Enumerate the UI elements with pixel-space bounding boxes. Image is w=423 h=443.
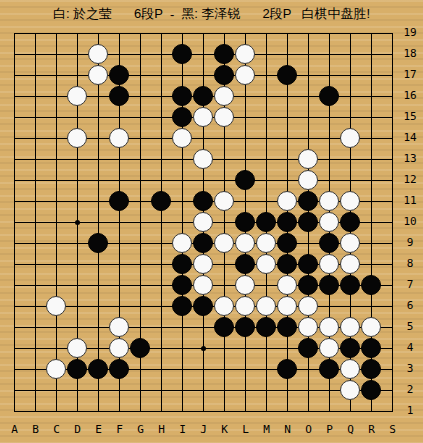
- stone-black-i7: [172, 275, 192, 295]
- stone-black-f17: [109, 65, 129, 85]
- stone-black-n8: [277, 254, 297, 274]
- stone-white-l17: [235, 65, 255, 85]
- stone-white-q14: [340, 128, 360, 148]
- col-label-O: O: [300, 424, 317, 436]
- stone-white-d14: [67, 128, 87, 148]
- stone-black-l8: [235, 254, 255, 274]
- stone-white-c6: [46, 296, 66, 316]
- row-label-2: 2: [397, 384, 423, 396]
- black-player-label: 黑: 李泽锐: [181, 5, 240, 23]
- stone-white-o13: [298, 149, 318, 169]
- row-label-18: 18: [397, 48, 423, 60]
- stone-black-l5: [235, 317, 255, 337]
- stone-white-p10: [319, 212, 339, 232]
- stone-black-p7: [319, 275, 339, 295]
- stone-white-q11: [340, 191, 360, 211]
- stone-black-r4: [361, 338, 381, 358]
- stone-white-l18: [235, 44, 255, 64]
- col-label-K: K: [216, 424, 233, 436]
- stone-white-j15: [193, 107, 213, 127]
- stone-white-p8: [319, 254, 339, 274]
- stone-black-r3: [361, 359, 381, 379]
- row-label-6: 6: [397, 300, 423, 312]
- stone-white-m9: [256, 233, 276, 253]
- stone-black-f11: [109, 191, 129, 211]
- stone-black-p16: [319, 86, 339, 106]
- row-label-16: 16: [397, 90, 423, 102]
- stone-black-d3: [67, 359, 87, 379]
- row-label-13: 13: [397, 153, 423, 165]
- stone-black-q7: [340, 275, 360, 295]
- stone-white-p5: [319, 317, 339, 337]
- stone-white-n6: [277, 296, 297, 316]
- stone-white-f5: [109, 317, 129, 337]
- row-label-9: 9: [397, 237, 423, 249]
- stone-white-r5: [361, 317, 381, 337]
- stone-black-i18: [172, 44, 192, 64]
- stone-white-c3: [46, 359, 66, 379]
- stone-black-i16: [172, 86, 192, 106]
- stone-white-q3: [340, 359, 360, 379]
- stone-white-l7: [235, 275, 255, 295]
- stone-black-n10: [277, 212, 297, 232]
- stone-white-n11: [277, 191, 297, 211]
- col-label-B: B: [27, 424, 44, 436]
- col-label-D: D: [69, 424, 86, 436]
- col-label-R: R: [363, 424, 380, 436]
- col-label-C: C: [48, 424, 65, 436]
- stone-white-l6: [235, 296, 255, 316]
- row-label-17: 17: [397, 69, 423, 81]
- stone-black-j11: [193, 191, 213, 211]
- stone-white-i14: [172, 128, 192, 148]
- go-board[interactable]: [14, 33, 393, 412]
- stone-black-n9: [277, 233, 297, 253]
- col-label-F: F: [111, 424, 128, 436]
- stone-black-l10: [235, 212, 255, 232]
- stone-white-q9: [340, 233, 360, 253]
- stone-black-i15: [172, 107, 192, 127]
- star-point: [201, 346, 206, 351]
- col-label-H: H: [153, 424, 170, 436]
- grid-line-h: [14, 390, 393, 391]
- stone-white-m6: [256, 296, 276, 316]
- stone-white-p11: [319, 191, 339, 211]
- row-label-4: 4: [397, 342, 423, 354]
- stone-black-m5: [256, 317, 276, 337]
- col-label-G: G: [132, 424, 149, 436]
- row-label-7: 7: [397, 279, 423, 291]
- col-label-N: N: [279, 424, 296, 436]
- row-label-15: 15: [397, 111, 423, 123]
- stone-white-j13: [193, 149, 213, 169]
- col-label-L: L: [237, 424, 254, 436]
- stone-black-e9: [88, 233, 108, 253]
- stone-black-q10: [340, 212, 360, 232]
- game-info-bar: 白: 於之莹 6段P - 黑: 李泽锐 2段P 白棋中盘胜!: [0, 5, 423, 23]
- row-label-14: 14: [397, 132, 423, 144]
- game-result: 白棋中盘胜!: [302, 5, 371, 23]
- stone-black-j9: [193, 233, 213, 253]
- stone-black-n5: [277, 317, 297, 337]
- row-label-10: 10: [397, 216, 423, 228]
- stone-black-j6: [193, 296, 213, 316]
- white-player-label: 白: 於之莹: [53, 5, 112, 23]
- stone-white-l9: [235, 233, 255, 253]
- grid-line-v: [392, 33, 393, 412]
- stone-black-q4: [340, 338, 360, 358]
- stone-black-f16: [109, 86, 129, 106]
- stone-white-f4: [109, 338, 129, 358]
- stone-white-o12: [298, 170, 318, 190]
- stone-black-f3: [109, 359, 129, 379]
- stone-white-n7: [277, 275, 297, 295]
- stone-black-o11: [298, 191, 318, 211]
- col-label-P: P: [321, 424, 338, 436]
- col-label-S: S: [384, 424, 401, 436]
- stone-white-q2: [340, 380, 360, 400]
- stone-white-o5: [298, 317, 318, 337]
- row-label-8: 8: [397, 258, 423, 270]
- col-label-J: J: [195, 424, 212, 436]
- stone-black-i8: [172, 254, 192, 274]
- col-label-Q: Q: [342, 424, 359, 436]
- col-label-M: M: [258, 424, 275, 436]
- go-game-viewer: 白: 於之莹 6段P - 黑: 李泽锐 2段P 白棋中盘胜! 191817161…: [0, 0, 423, 443]
- stone-black-o10: [298, 212, 318, 232]
- white-player-rank: 6段P: [134, 5, 163, 23]
- stone-black-i6: [172, 296, 192, 316]
- col-label-E: E: [90, 424, 107, 436]
- stone-white-p4: [319, 338, 339, 358]
- stone-black-k18: [214, 44, 234, 64]
- stone-white-e17: [88, 65, 108, 85]
- col-label-I: I: [174, 424, 191, 436]
- stone-white-e18: [88, 44, 108, 64]
- row-label-1: 1: [397, 405, 423, 417]
- stone-white-k16: [214, 86, 234, 106]
- stone-black-n3: [277, 359, 297, 379]
- row-label-3: 3: [397, 363, 423, 375]
- stone-black-p3: [319, 359, 339, 379]
- row-label-12: 12: [397, 174, 423, 186]
- stone-black-m10: [256, 212, 276, 232]
- stone-black-p9: [319, 233, 339, 253]
- stone-black-l12: [235, 170, 255, 190]
- stone-black-e3: [88, 359, 108, 379]
- row-label-19: 19: [397, 27, 423, 39]
- row-label-11: 11: [397, 195, 423, 207]
- stone-white-j10: [193, 212, 213, 232]
- stone-white-i9: [172, 233, 192, 253]
- stone-white-j8: [193, 254, 213, 274]
- stone-white-k15: [214, 107, 234, 127]
- stone-white-k6: [214, 296, 234, 316]
- black-player-rank: 2段P: [263, 5, 292, 23]
- stone-black-r2: [361, 380, 381, 400]
- stone-white-o6: [298, 296, 318, 316]
- stone-white-q5: [340, 317, 360, 337]
- stone-black-o7: [298, 275, 318, 295]
- stone-black-k5: [214, 317, 234, 337]
- stone-white-d4: [67, 338, 87, 358]
- stone-black-k17: [214, 65, 234, 85]
- stone-white-q8: [340, 254, 360, 274]
- stone-white-k11: [214, 191, 234, 211]
- row-label-5: 5: [397, 321, 423, 333]
- stone-white-k9: [214, 233, 234, 253]
- stone-black-n17: [277, 65, 297, 85]
- stone-black-r7: [361, 275, 381, 295]
- col-label-A: A: [6, 424, 23, 436]
- stone-black-g4: [130, 338, 150, 358]
- stone-white-m8: [256, 254, 276, 274]
- stone-black-j16: [193, 86, 213, 106]
- stone-black-o8: [298, 254, 318, 274]
- stone-white-f14: [109, 128, 129, 148]
- stone-white-d16: [67, 86, 87, 106]
- stone-black-o4: [298, 338, 318, 358]
- players-separator: -: [170, 7, 174, 22]
- stone-black-h11: [151, 191, 171, 211]
- stone-white-j7: [193, 275, 213, 295]
- grid-line-h: [14, 411, 393, 412]
- star-point: [75, 220, 80, 225]
